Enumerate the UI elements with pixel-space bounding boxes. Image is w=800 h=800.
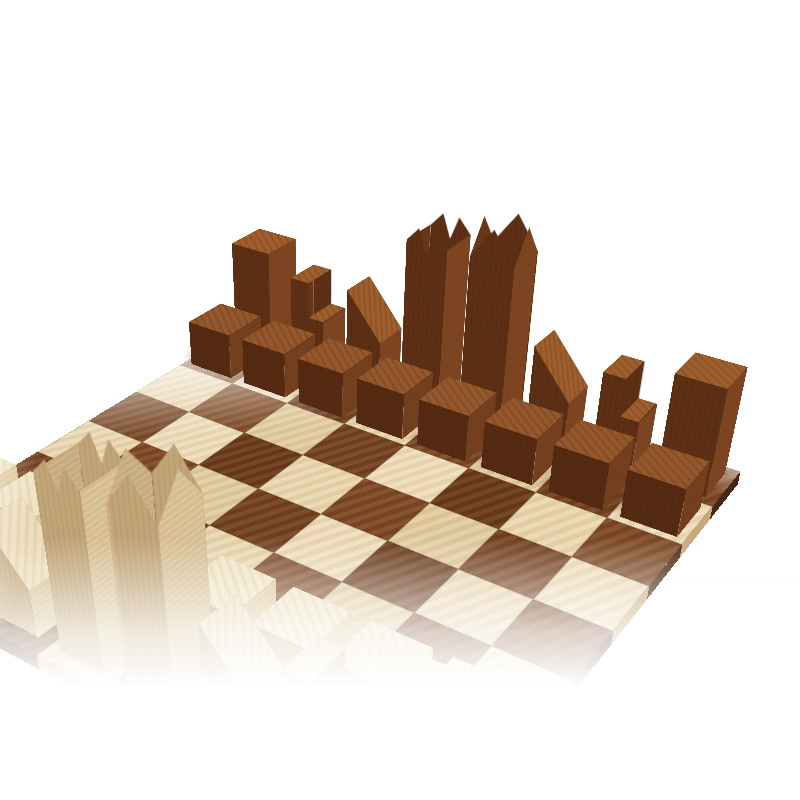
board-3d-scene [0, 0, 800, 800]
chess-board [0, 316, 741, 800]
chess-product-photo [0, 0, 800, 800]
white-rook-h1[interactable] [361, 769, 459, 800]
